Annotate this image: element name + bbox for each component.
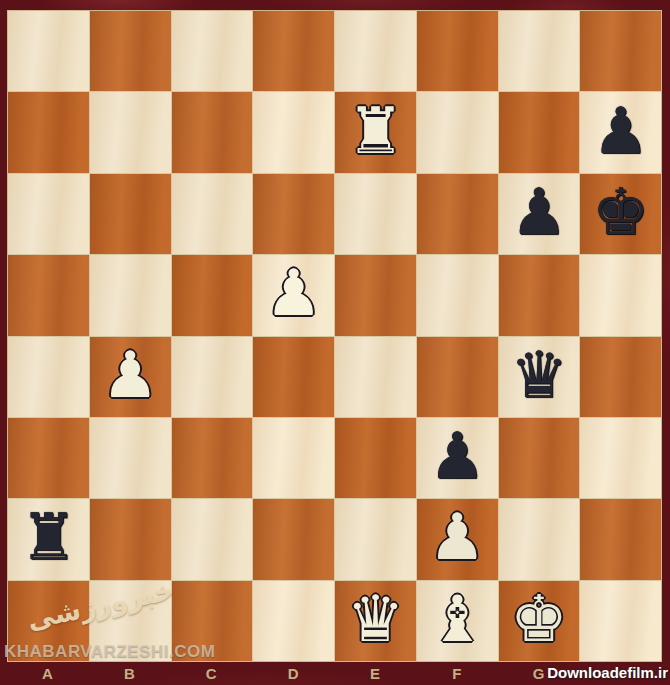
piece-white-rook-e7: ♜	[347, 99, 404, 163]
square-h6: ♚	[580, 174, 661, 254]
square-a8	[8, 11, 89, 91]
square-f8	[417, 11, 498, 91]
square-g1: ♚	[499, 581, 580, 661]
square-a6	[8, 174, 89, 254]
square-b4: ♟	[90, 337, 171, 417]
square-b8	[90, 11, 171, 91]
square-f6	[417, 174, 498, 254]
square-b6	[90, 174, 171, 254]
square-h7: ♟	[580, 92, 661, 172]
piece-white-king-g1: ♚	[510, 587, 567, 651]
square-d5: ♟	[253, 255, 334, 335]
piece-black-rook-a2: ♜	[20, 505, 77, 569]
file-label-b: B	[89, 665, 171, 682]
piece-black-queen-g4: ♛	[510, 343, 567, 407]
piece-white-queen-e1: ♛	[347, 587, 404, 651]
piece-black-pawn-f3: ♟	[428, 424, 485, 488]
square-e3	[335, 418, 416, 498]
downloadefilm-watermark: Downloadefilm.ir	[547, 664, 668, 681]
piece-white-pawn-f2: ♟	[428, 505, 485, 569]
square-h5	[580, 255, 661, 335]
square-g2	[499, 499, 580, 579]
square-e1: ♛	[335, 581, 416, 661]
square-f3: ♟	[417, 418, 498, 498]
square-a5	[8, 255, 89, 335]
square-f1: ♝	[417, 581, 498, 661]
piece-white-pawn-b4: ♟	[101, 343, 158, 407]
square-g7	[499, 92, 580, 172]
square-e8	[335, 11, 416, 91]
square-e4	[335, 337, 416, 417]
square-c6	[172, 174, 253, 254]
piece-black-pawn-h7: ♟	[592, 99, 649, 163]
square-d3	[253, 418, 334, 498]
square-b7	[90, 92, 171, 172]
square-a4	[8, 337, 89, 417]
square-d2	[253, 499, 334, 579]
square-c4	[172, 337, 253, 417]
square-h8	[580, 11, 661, 91]
square-h4	[580, 337, 661, 417]
square-a2: ♜	[8, 499, 89, 579]
piece-white-bishop-f1: ♝	[428, 587, 485, 651]
square-b2	[90, 499, 171, 579]
square-c8	[172, 11, 253, 91]
square-e7: ♜	[335, 92, 416, 172]
square-c7	[172, 92, 253, 172]
square-d8	[253, 11, 334, 91]
square-d6	[253, 174, 334, 254]
khabarvarzeshi-url-watermark: KHABARVARZESHI.COM	[4, 642, 215, 662]
piece-black-king-h6: ♚	[592, 180, 649, 244]
piece-black-pawn-g6: ♟	[510, 180, 567, 244]
square-e5	[335, 255, 416, 335]
square-d1	[253, 581, 334, 661]
square-e2	[335, 499, 416, 579]
square-d4	[253, 337, 334, 417]
square-g6: ♟	[499, 174, 580, 254]
piece-white-pawn-d5: ♟	[265, 261, 322, 325]
square-c5	[172, 255, 253, 335]
square-a7	[8, 92, 89, 172]
square-b3	[90, 418, 171, 498]
square-f7	[417, 92, 498, 172]
square-e6	[335, 174, 416, 254]
file-label-c: C	[171, 665, 253, 682]
file-label-f: F	[416, 665, 498, 682]
square-c3	[172, 418, 253, 498]
file-label-d: D	[253, 665, 335, 682]
square-f4	[417, 337, 498, 417]
board-photo-frame: ♜♟♟♚♟♟♛♟♜♟♛♝♚ ABCDEFG خبرورزشی KHABARVAR…	[0, 0, 670, 685]
file-label-a: A	[7, 665, 89, 682]
square-g4: ♛	[499, 337, 580, 417]
chess-board: ♜♟♟♚♟♟♛♟♜♟♛♝♚	[7, 10, 662, 662]
square-a3	[8, 418, 89, 498]
square-c2	[172, 499, 253, 579]
square-h3	[580, 418, 661, 498]
square-f2: ♟	[417, 499, 498, 579]
square-h1	[580, 581, 661, 661]
file-label-e: E	[335, 665, 417, 682]
square-d7	[253, 92, 334, 172]
square-h2	[580, 499, 661, 579]
square-g5	[499, 255, 580, 335]
square-b5	[90, 255, 171, 335]
square-f5	[417, 255, 498, 335]
square-g8	[499, 11, 580, 91]
square-g3	[499, 418, 580, 498]
